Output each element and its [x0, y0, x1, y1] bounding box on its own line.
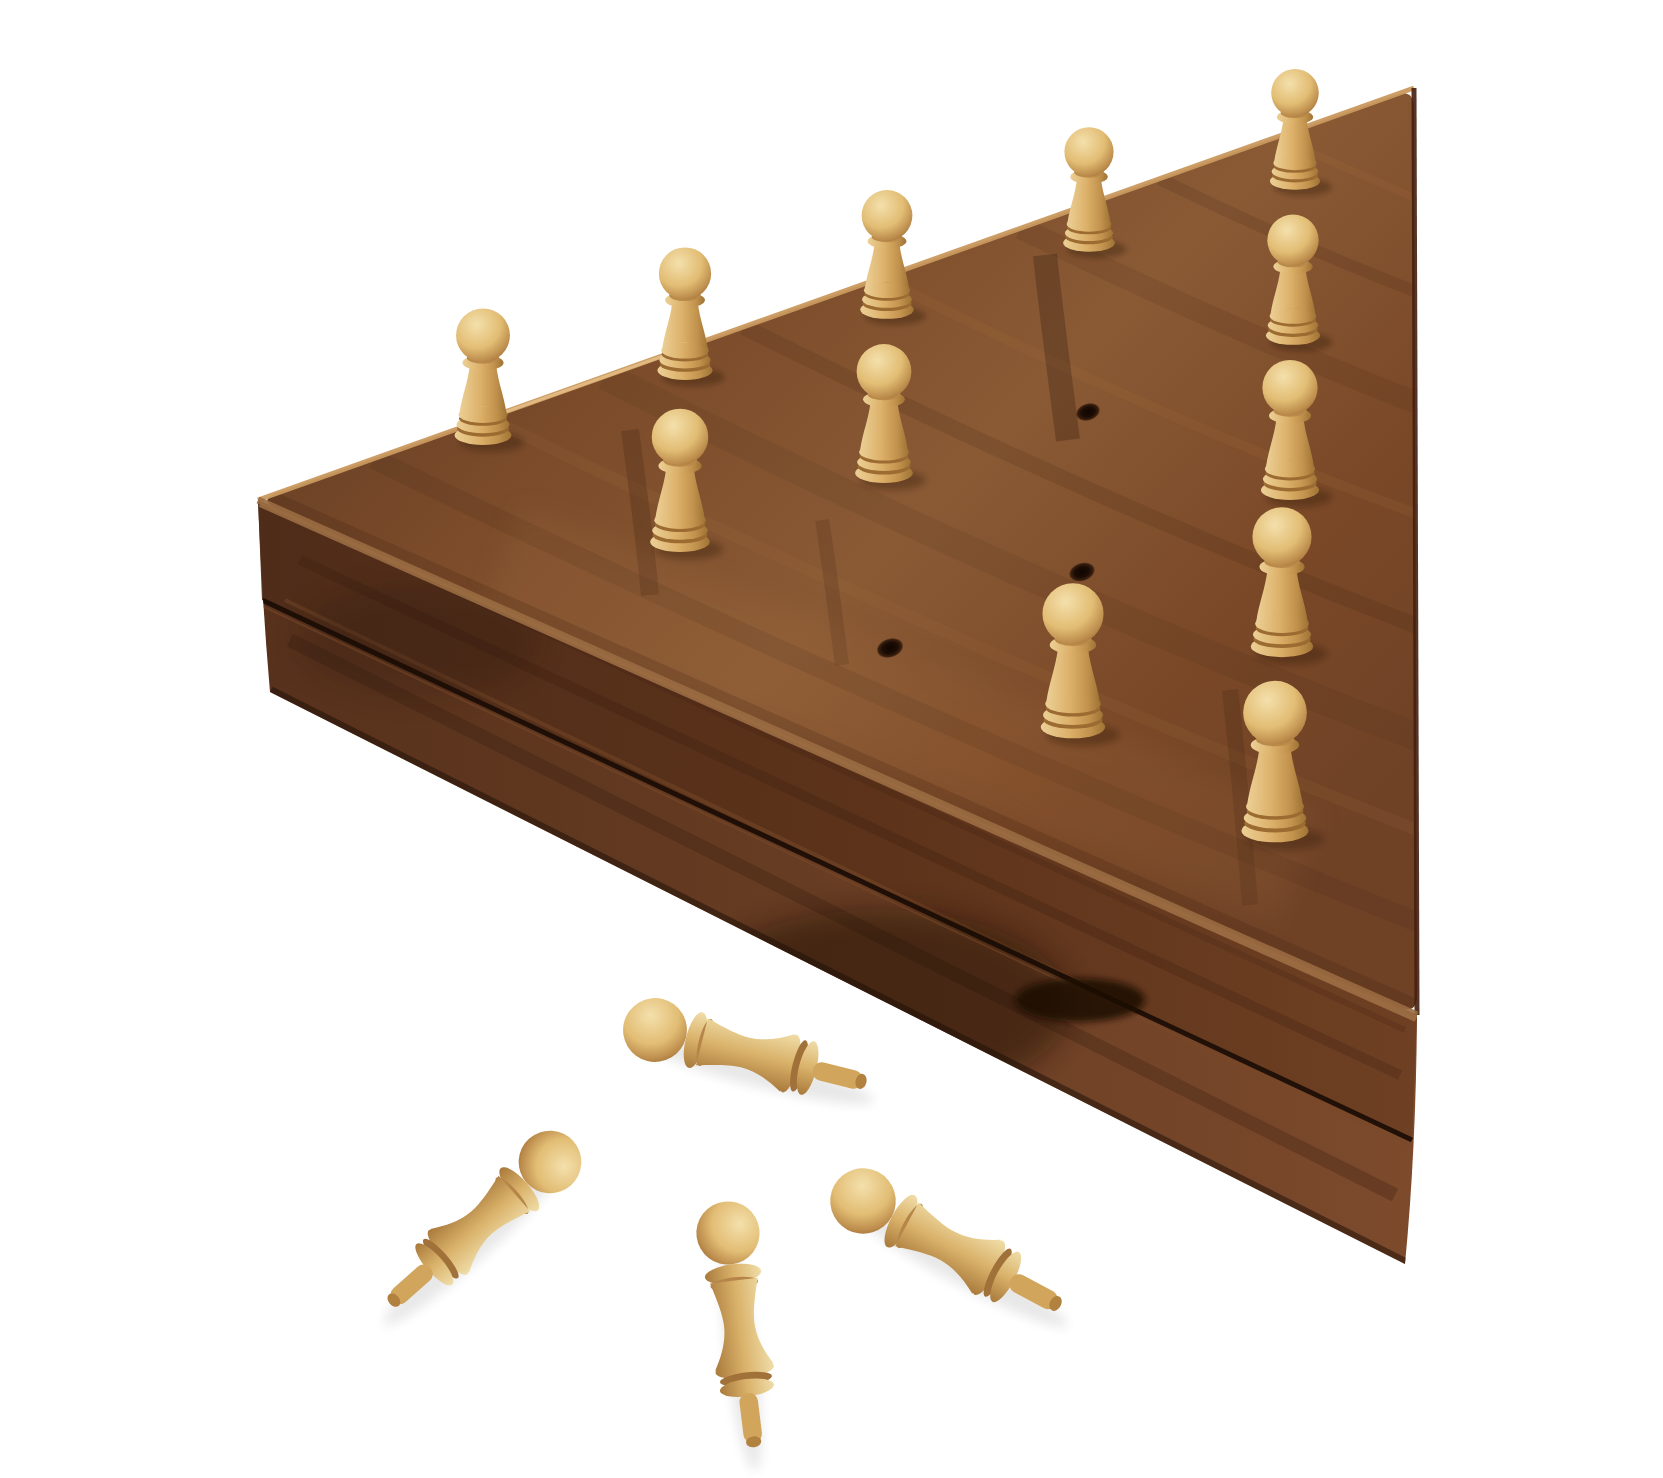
lid-thumb-notch: [1015, 978, 1145, 1022]
loose-peg-2[interactable]: [369, 1118, 594, 1327]
peg-solitaire-photo: [0, 0, 1663, 1478]
product-photo-scene: [0, 0, 1663, 1478]
loose-pegs-layer: [369, 991, 1076, 1472]
right-edge: [1414, 88, 1417, 1015]
